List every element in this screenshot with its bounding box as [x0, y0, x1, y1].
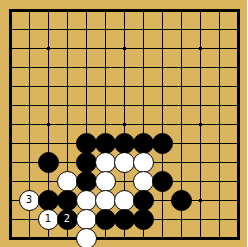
intersection	[77, 153, 96, 172]
intersection	[172, 20, 191, 39]
intersection	[153, 172, 172, 191]
intersection	[191, 20, 210, 39]
intersection	[115, 172, 134, 191]
intersection	[134, 210, 153, 229]
intersection	[77, 134, 96, 153]
intersection	[134, 20, 153, 39]
intersection	[77, 96, 96, 115]
intersection	[134, 153, 153, 172]
intersection	[96, 191, 115, 210]
intersection	[20, 20, 39, 39]
intersection	[210, 229, 229, 247]
intersection	[77, 58, 96, 77]
intersection	[20, 172, 39, 191]
intersection	[39, 1, 58, 20]
intersection	[39, 58, 58, 77]
intersection	[210, 96, 229, 115]
intersection	[58, 153, 77, 172]
intersection	[191, 172, 210, 191]
intersection	[134, 229, 153, 247]
intersection	[58, 115, 77, 134]
intersection	[77, 20, 96, 39]
intersection	[1, 58, 20, 77]
intersection	[134, 172, 153, 191]
board-grid: 312	[1, 1, 248, 247]
black-stone	[76, 152, 97, 173]
intersection	[191, 210, 210, 229]
intersection	[20, 1, 39, 20]
intersection	[1, 96, 20, 115]
black-stone	[133, 190, 154, 211]
intersection	[134, 77, 153, 96]
intersection	[172, 172, 191, 191]
intersection	[153, 115, 172, 134]
intersection	[115, 229, 134, 247]
intersection	[39, 153, 58, 172]
white-stone	[133, 171, 154, 192]
intersection	[39, 39, 58, 58]
intersection	[39, 96, 58, 115]
intersection	[229, 58, 248, 77]
white-stone: 3	[19, 190, 40, 211]
black-stone: 2	[57, 209, 78, 230]
intersection	[172, 134, 191, 153]
intersection	[115, 1, 134, 20]
intersection	[172, 58, 191, 77]
intersection	[153, 58, 172, 77]
intersection	[229, 39, 248, 58]
intersection	[191, 153, 210, 172]
intersection	[229, 229, 248, 247]
black-stone	[152, 171, 173, 192]
intersection	[77, 39, 96, 58]
intersection	[210, 210, 229, 229]
intersection	[210, 191, 229, 210]
white-stone	[95, 152, 116, 173]
white-stone	[76, 209, 97, 230]
white-stone	[114, 152, 135, 173]
intersection	[115, 115, 134, 134]
intersection	[20, 58, 39, 77]
intersection	[58, 172, 77, 191]
intersection	[172, 210, 191, 229]
intersection	[58, 191, 77, 210]
intersection	[172, 191, 191, 210]
intersection	[153, 153, 172, 172]
intersection	[77, 77, 96, 96]
intersection	[229, 191, 248, 210]
intersection	[96, 172, 115, 191]
intersection	[172, 153, 191, 172]
black-stone	[114, 133, 135, 154]
intersection	[134, 96, 153, 115]
black-stone	[171, 190, 192, 211]
intersection	[191, 96, 210, 115]
intersection	[96, 96, 115, 115]
intersection	[96, 210, 115, 229]
intersection	[210, 115, 229, 134]
intersection	[115, 153, 134, 172]
intersection	[58, 39, 77, 58]
intersection	[191, 134, 210, 153]
intersection: 1	[39, 210, 58, 229]
intersection	[134, 58, 153, 77]
black-stone	[133, 133, 154, 154]
intersection	[39, 77, 58, 96]
intersection	[229, 172, 248, 191]
intersection	[115, 96, 134, 115]
intersection	[1, 39, 20, 58]
intersection	[39, 20, 58, 39]
intersection	[134, 191, 153, 210]
move-number: 2	[64, 214, 70, 224]
intersection	[229, 1, 248, 20]
intersection	[96, 134, 115, 153]
intersection	[39, 115, 58, 134]
move-number: 1	[45, 214, 51, 224]
intersection	[115, 39, 134, 58]
intersection	[58, 58, 77, 77]
intersection	[96, 115, 115, 134]
black-stone	[38, 152, 59, 173]
intersection	[229, 210, 248, 229]
black-stone	[95, 209, 116, 230]
intersection	[1, 153, 20, 172]
intersection	[153, 20, 172, 39]
intersection	[58, 1, 77, 20]
intersection	[96, 229, 115, 247]
intersection	[172, 115, 191, 134]
intersection	[134, 115, 153, 134]
intersection	[229, 134, 248, 153]
intersection	[115, 77, 134, 96]
intersection	[172, 96, 191, 115]
intersection	[172, 229, 191, 247]
intersection	[191, 115, 210, 134]
intersection: 3	[20, 191, 39, 210]
intersection	[1, 1, 20, 20]
intersection	[172, 77, 191, 96]
intersection	[153, 77, 172, 96]
intersection	[1, 191, 20, 210]
intersection	[39, 172, 58, 191]
intersection	[77, 191, 96, 210]
intersection	[77, 172, 96, 191]
intersection	[96, 39, 115, 58]
black-stone	[57, 190, 78, 211]
intersection	[1, 134, 20, 153]
intersection	[210, 20, 229, 39]
white-stone	[114, 190, 135, 211]
intersection	[153, 229, 172, 247]
intersection	[20, 77, 39, 96]
intersection	[115, 58, 134, 77]
intersection	[210, 172, 229, 191]
intersection	[210, 1, 229, 20]
intersection	[115, 134, 134, 153]
intersection	[58, 229, 77, 247]
white-stone	[95, 190, 116, 211]
intersection	[153, 96, 172, 115]
intersection	[191, 229, 210, 247]
intersection	[134, 134, 153, 153]
intersection	[20, 96, 39, 115]
intersection	[1, 115, 20, 134]
intersection	[191, 191, 210, 210]
intersection	[20, 115, 39, 134]
intersection	[20, 134, 39, 153]
intersection	[115, 210, 134, 229]
black-stone	[38, 190, 59, 211]
intersection	[210, 134, 229, 153]
intersection: 2	[58, 210, 77, 229]
intersection	[210, 58, 229, 77]
intersection	[1, 20, 20, 39]
intersection	[229, 20, 248, 39]
intersection	[229, 77, 248, 96]
intersection	[191, 1, 210, 20]
intersection	[58, 96, 77, 115]
intersection	[210, 77, 229, 96]
white-stone	[95, 171, 116, 192]
intersection	[96, 1, 115, 20]
go-board-diagram: 312	[0, 0, 247, 247]
intersection	[134, 39, 153, 58]
intersection	[96, 153, 115, 172]
intersection	[20, 229, 39, 247]
intersection	[115, 191, 134, 210]
intersection	[20, 210, 39, 229]
intersection	[58, 77, 77, 96]
intersection	[96, 20, 115, 39]
intersection	[20, 153, 39, 172]
white-stone	[76, 228, 97, 247]
intersection	[77, 210, 96, 229]
intersection	[153, 134, 172, 153]
black-stone	[95, 133, 116, 154]
intersection	[229, 115, 248, 134]
intersection	[77, 115, 96, 134]
intersection	[1, 210, 20, 229]
intersection	[77, 1, 96, 20]
intersection	[191, 39, 210, 58]
intersection	[172, 1, 191, 20]
intersection	[134, 1, 153, 20]
white-stone	[133, 152, 154, 173]
black-stone	[76, 171, 97, 192]
intersection	[153, 210, 172, 229]
intersection	[39, 191, 58, 210]
intersection	[1, 172, 20, 191]
intersection	[115, 20, 134, 39]
intersection	[153, 191, 172, 210]
intersection	[39, 229, 58, 247]
intersection	[172, 39, 191, 58]
intersection	[96, 58, 115, 77]
white-stone: 1	[38, 209, 59, 230]
intersection	[153, 1, 172, 20]
black-stone	[133, 209, 154, 230]
intersection	[1, 229, 20, 247]
move-number: 3	[26, 195, 32, 205]
white-stone	[76, 190, 97, 211]
intersection	[153, 39, 172, 58]
intersection	[191, 58, 210, 77]
intersection	[191, 77, 210, 96]
intersection	[77, 229, 96, 247]
intersection	[210, 153, 229, 172]
black-stone	[152, 133, 173, 154]
white-stone	[57, 171, 78, 192]
black-stone	[76, 133, 97, 154]
intersection	[58, 134, 77, 153]
intersection	[96, 77, 115, 96]
intersection	[1, 77, 20, 96]
intersection	[20, 39, 39, 58]
intersection	[58, 20, 77, 39]
intersection	[229, 96, 248, 115]
intersection	[210, 39, 229, 58]
intersection	[229, 153, 248, 172]
black-stone	[114, 209, 135, 230]
intersection	[39, 134, 58, 153]
